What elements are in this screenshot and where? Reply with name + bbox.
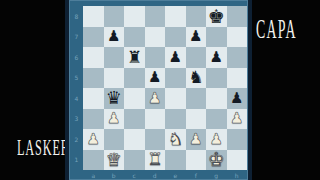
file-labels: abcdefgh <box>83 170 247 180</box>
square-b1[interactable]: ♛ <box>104 150 125 171</box>
rank-label-7: 7 <box>70 27 83 48</box>
square-b4[interactable]: ♛ <box>104 88 125 109</box>
file-label-g: g <box>206 170 227 180</box>
square-d2[interactable] <box>145 129 166 150</box>
white-pawn-piece[interactable]: ♟ <box>206 129 227 150</box>
square-g1[interactable]: ♚ <box>206 150 227 171</box>
square-a6[interactable] <box>83 47 104 68</box>
square-f3[interactable] <box>186 109 207 130</box>
square-g6[interactable]: ♟ <box>206 47 227 68</box>
square-c3[interactable] <box>124 109 145 130</box>
video-frame: CAPA LASKER 87654321 abcdefgh ♚♟♟♜♟♟♟♞♛♟… <box>0 0 320 180</box>
square-e4[interactable] <box>165 88 186 109</box>
square-b7[interactable]: ♟ <box>104 27 125 48</box>
square-a1[interactable] <box>83 150 104 171</box>
square-g7[interactable] <box>206 27 227 48</box>
file-label-f: f <box>186 170 207 180</box>
square-e1[interactable] <box>165 150 186 171</box>
square-a5[interactable] <box>83 68 104 89</box>
square-c1[interactable] <box>124 150 145 171</box>
square-a3[interactable] <box>83 109 104 130</box>
square-a4[interactable] <box>83 88 104 109</box>
square-f1[interactable] <box>186 150 207 171</box>
square-c4[interactable] <box>124 88 145 109</box>
square-b5[interactable] <box>104 68 125 89</box>
black-pawn-piece[interactable]: ♟ <box>227 88 248 109</box>
board-grid: ♚♟♟♜♟♟♟♞♛♟♟♟♟♟♞♟♟♛♜♚ <box>83 6 247 170</box>
black-queen-piece[interactable]: ♛ <box>104 88 125 109</box>
square-h6[interactable] <box>227 47 248 68</box>
white-pawn-piece[interactable]: ♟ <box>104 109 125 130</box>
white-pawn-piece[interactable]: ♟ <box>145 88 166 109</box>
rank-label-8: 8 <box>70 6 83 27</box>
square-e3[interactable] <box>165 109 186 130</box>
black-king-piece[interactable]: ♚ <box>206 6 227 27</box>
square-b3[interactable]: ♟ <box>104 109 125 130</box>
square-h4[interactable]: ♟ <box>227 88 248 109</box>
white-pawn-piece[interactable]: ♟ <box>186 129 207 150</box>
square-c7[interactable] <box>124 27 145 48</box>
square-c8[interactable] <box>124 6 145 27</box>
square-d1[interactable]: ♜ <box>145 150 166 171</box>
black-pawn-piece[interactable]: ♟ <box>145 68 166 89</box>
square-a2[interactable]: ♟ <box>83 129 104 150</box>
square-g5[interactable] <box>206 68 227 89</box>
square-g4[interactable] <box>206 88 227 109</box>
rank-label-3: 3 <box>70 109 83 130</box>
square-h5[interactable] <box>227 68 248 89</box>
square-f6[interactable] <box>186 47 207 68</box>
square-f4[interactable] <box>186 88 207 109</box>
square-g2[interactable]: ♟ <box>206 129 227 150</box>
square-e5[interactable] <box>165 68 186 89</box>
square-g3[interactable] <box>206 109 227 130</box>
square-d7[interactable] <box>145 27 166 48</box>
rank-label-2: 2 <box>70 129 83 150</box>
square-h3[interactable]: ♟ <box>227 109 248 130</box>
rank-label-4: 4 <box>70 88 83 109</box>
rank-label-5: 5 <box>70 68 83 89</box>
file-label-d: d <box>145 170 166 180</box>
rank-label-1: 1 <box>70 150 83 171</box>
white-king-piece[interactable]: ♚ <box>206 150 227 171</box>
square-d4[interactable]: ♟ <box>145 88 166 109</box>
file-label-e: e <box>165 170 186 180</box>
black-rook-piece[interactable]: ♜ <box>124 47 145 68</box>
square-g8[interactable]: ♚ <box>206 6 227 27</box>
square-e2[interactable]: ♞ <box>165 129 186 150</box>
black-pawn-piece[interactable]: ♟ <box>165 47 186 68</box>
square-f8[interactable] <box>186 6 207 27</box>
square-h8[interactable] <box>227 6 248 27</box>
white-pawn-piece[interactable]: ♟ <box>83 129 104 150</box>
file-label-b: b <box>104 170 125 180</box>
square-d6[interactable] <box>145 47 166 68</box>
square-a7[interactable] <box>83 27 104 48</box>
square-f7[interactable]: ♟ <box>186 27 207 48</box>
file-label-a: a <box>83 170 104 180</box>
square-b8[interactable] <box>104 6 125 27</box>
square-c5[interactable] <box>124 68 145 89</box>
square-b2[interactable] <box>104 129 125 150</box>
black-knight-piece[interactable]: ♞ <box>186 68 207 89</box>
square-h2[interactable] <box>227 129 248 150</box>
square-d8[interactable] <box>145 6 166 27</box>
square-d5[interactable]: ♟ <box>145 68 166 89</box>
square-c6[interactable]: ♜ <box>124 47 145 68</box>
white-pawn-piece[interactable]: ♟ <box>227 109 248 130</box>
black-pawn-piece[interactable]: ♟ <box>104 27 125 48</box>
square-f2[interactable]: ♟ <box>186 129 207 150</box>
white-player-name: LASKER <box>17 135 70 161</box>
square-f5[interactable]: ♞ <box>186 68 207 89</box>
black-player-name: CAPA <box>256 15 297 46</box>
square-h7[interactable] <box>227 27 248 48</box>
file-label-c: c <box>124 170 145 180</box>
black-pawn-piece[interactable]: ♟ <box>186 27 207 48</box>
square-e6[interactable]: ♟ <box>165 47 186 68</box>
square-e7[interactable] <box>165 27 186 48</box>
white-rook-piece[interactable]: ♜ <box>145 150 166 171</box>
black-pawn-piece[interactable]: ♟ <box>206 47 227 68</box>
rank-label-6: 6 <box>70 47 83 68</box>
rank-labels: 87654321 <box>70 6 83 170</box>
square-e8[interactable] <box>165 6 186 27</box>
white-knight-piece[interactable]: ♞ <box>165 129 186 150</box>
square-h1[interactable] <box>227 150 248 171</box>
square-b6[interactable] <box>104 47 125 68</box>
square-a8[interactable] <box>83 6 104 27</box>
white-queen-piece[interactable]: ♛ <box>104 150 125 171</box>
square-c2[interactable] <box>124 129 145 150</box>
square-d3[interactable] <box>145 109 166 130</box>
file-label-h: h <box>227 170 248 180</box>
